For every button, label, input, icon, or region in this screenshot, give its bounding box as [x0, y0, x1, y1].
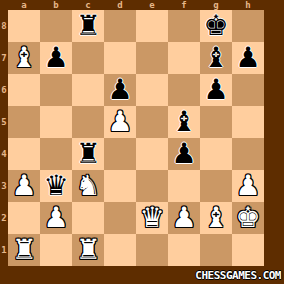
square-d5[interactable]: ♟ [104, 106, 136, 138]
white-bishop-g2: ♝ [203, 202, 228, 234]
square-c1[interactable]: ♜ [72, 234, 104, 266]
square-c4[interactable]: ♜ [72, 138, 104, 170]
square-a4[interactable] [8, 138, 40, 170]
square-g5[interactable] [200, 106, 232, 138]
square-d2[interactable] [104, 202, 136, 234]
white-rook-c1: ♜ [75, 234, 100, 266]
rank-label-1: 1 [0, 234, 8, 266]
file-label-e: e [136, 0, 168, 10]
square-f3[interactable] [168, 170, 200, 202]
square-b1[interactable] [40, 234, 72, 266]
black-bishop-f5: ♝ [171, 106, 196, 138]
square-d3[interactable] [104, 170, 136, 202]
square-d6[interactable]: ♟ [104, 74, 136, 106]
square-g2[interactable]: ♝ [200, 202, 232, 234]
rank-label-4: 4 [0, 138, 8, 170]
square-d8[interactable] [104, 10, 136, 42]
square-b2[interactable]: ♟ [40, 202, 72, 234]
square-e1[interactable] [136, 234, 168, 266]
square-a5[interactable] [8, 106, 40, 138]
black-pawn-h7: ♟ [235, 42, 260, 74]
rank-label-6: 6 [0, 74, 8, 106]
square-h7[interactable]: ♟ [232, 42, 264, 74]
square-a3[interactable]: ♟ [8, 170, 40, 202]
square-h8[interactable] [232, 10, 264, 42]
square-f6[interactable] [168, 74, 200, 106]
square-b7[interactable]: ♟ [40, 42, 72, 74]
square-b5[interactable] [40, 106, 72, 138]
square-g8[interactable]: ♚ [200, 10, 232, 42]
white-bishop-a7: ♝ [11, 42, 36, 74]
square-c5[interactable] [72, 106, 104, 138]
square-f2[interactable]: ♟ [168, 202, 200, 234]
black-pawn-f4: ♟ [171, 138, 196, 170]
square-b4[interactable] [40, 138, 72, 170]
square-h5[interactable] [232, 106, 264, 138]
black-pawn-g6: ♟ [203, 74, 228, 106]
square-c2[interactable] [72, 202, 104, 234]
square-f1[interactable] [168, 234, 200, 266]
file-label-c: c [72, 0, 104, 10]
square-b3[interactable]: ♛ [40, 170, 72, 202]
black-king-g8: ♚ [203, 10, 228, 42]
rank-label-3: 3 [0, 170, 8, 202]
square-e2[interactable]: ♛ [136, 202, 168, 234]
square-g3[interactable] [200, 170, 232, 202]
rank-label-2: 2 [0, 202, 8, 234]
square-h4[interactable] [232, 138, 264, 170]
file-label-d: d [104, 0, 136, 10]
white-pawn-d5: ♟ [107, 106, 132, 138]
square-g4[interactable] [200, 138, 232, 170]
square-a7[interactable]: ♝ [8, 42, 40, 74]
chess-board: ♜♚♝♟♝♟♟♟♟♝♜♟♟♛♞♟♟♛♟♝♚♜♜ [8, 10, 264, 266]
black-rook-c8: ♜ [75, 10, 100, 42]
white-knight-c3: ♞ [75, 170, 100, 202]
white-pawn-h3: ♟ [235, 170, 260, 202]
black-rook-c4: ♜ [75, 138, 100, 170]
black-pawn-b7: ♟ [43, 42, 68, 74]
square-e5[interactable] [136, 106, 168, 138]
square-c3[interactable]: ♞ [72, 170, 104, 202]
square-h3[interactable]: ♟ [232, 170, 264, 202]
square-a2[interactable] [8, 202, 40, 234]
square-e3[interactable] [136, 170, 168, 202]
square-h1[interactable] [232, 234, 264, 266]
square-b6[interactable] [40, 74, 72, 106]
white-king-h2: ♚ [235, 202, 260, 234]
square-f5[interactable]: ♝ [168, 106, 200, 138]
black-pawn-d6: ♟ [107, 74, 132, 106]
square-c8[interactable]: ♜ [72, 10, 104, 42]
square-e4[interactable] [136, 138, 168, 170]
white-pawn-f2: ♟ [171, 202, 196, 234]
square-b8[interactable] [40, 10, 72, 42]
black-bishop-g7: ♝ [203, 42, 228, 74]
square-a1[interactable]: ♜ [8, 234, 40, 266]
square-d7[interactable] [104, 42, 136, 74]
file-label-h: h [232, 0, 264, 10]
square-a8[interactable] [8, 10, 40, 42]
white-pawn-b2: ♟ [43, 202, 68, 234]
square-e8[interactable] [136, 10, 168, 42]
square-e7[interactable] [136, 42, 168, 74]
square-g7[interactable]: ♝ [200, 42, 232, 74]
white-rook-a1: ♜ [11, 234, 36, 266]
square-e6[interactable] [136, 74, 168, 106]
square-g6[interactable]: ♟ [200, 74, 232, 106]
file-label-b: b [40, 0, 72, 10]
square-f4[interactable]: ♟ [168, 138, 200, 170]
chess-diagram: ♜♚♝♟♝♟♟♟♟♝♜♟♟♛♞♟♟♛♟♝♚♜♜ CHESSGAMES.COM a… [0, 0, 284, 284]
chessgames-brand: CHESSGAMES.COM [195, 269, 281, 282]
rank-label-8: 8 [0, 10, 8, 42]
white-pawn-a3: ♟ [11, 170, 36, 202]
file-label-g: g [200, 0, 232, 10]
square-c6[interactable] [72, 74, 104, 106]
rank-label-7: 7 [0, 42, 8, 74]
square-h6[interactable] [232, 74, 264, 106]
square-d1[interactable] [104, 234, 136, 266]
file-label-f: f [168, 0, 200, 10]
square-a6[interactable] [8, 74, 40, 106]
file-label-a: a [8, 0, 40, 10]
square-d4[interactable] [104, 138, 136, 170]
square-g1[interactable] [200, 234, 232, 266]
square-f8[interactable] [168, 10, 200, 42]
white-queen-e2: ♛ [139, 202, 164, 234]
black-queen-b3: ♛ [43, 170, 68, 202]
square-c7[interactable] [72, 42, 104, 74]
rank-label-5: 5 [0, 106, 8, 138]
square-h2[interactable]: ♚ [232, 202, 264, 234]
square-f7[interactable] [168, 42, 200, 74]
